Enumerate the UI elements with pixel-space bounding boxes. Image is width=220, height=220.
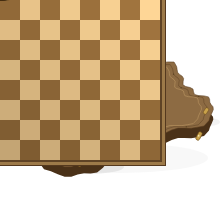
product-photo-chess-set: ♜♞♝♛♚♝♞♜♟♟♟♟♟♟♟♟♟♟♟♟♟♟♟♟♜♞♝♛♚♝♞♜ <box>0 0 220 220</box>
chess-piece-black-rook[interactable]: ♜ <box>0 0 13 4</box>
pieces-layer: ♜♞♝♛♚♝♞♜♟♟♟♟♟♟♟♟♟♟♟♟♟♟♟♟♜♞♝♛♚♝♞♜ <box>0 0 220 220</box>
